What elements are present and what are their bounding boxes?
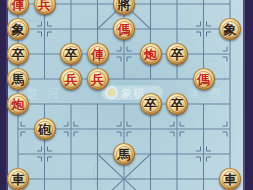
piece-black-chariot[interactable]: 車 [219,168,241,190]
piece-black-soldier[interactable]: 卒 [140,93,162,115]
piece-black-soldier[interactable]: 卒 [60,43,82,65]
piece-black-general[interactable]: 將 [113,0,135,15]
piece-red-horse[interactable]: 傌 [113,18,135,40]
piece-red-soldier[interactable]: 兵 [60,68,82,90]
piece-black-soldier[interactable]: 卒 [166,43,188,65]
piece-red-cannon[interactable]: 炮 [140,43,162,65]
piece-black-elephant[interactable]: 象 [219,18,241,40]
piece-black-soldier[interactable]: 卒 [166,93,188,115]
piece-black-cannon[interactable]: 砲 [34,118,56,140]
piece-black-elephant[interactable]: 象 [7,18,29,40]
piece-red-horse[interactable]: 傌 [193,68,215,90]
piece-black-horse[interactable]: 馬 [7,68,29,90]
piece-black-horse[interactable]: 馬 [113,143,135,165]
piece-black-chariot[interactable]: 車 [7,168,29,190]
piece-black-soldier[interactable]: 卒 [7,43,29,65]
piece-red-chariot[interactable]: 俥 [87,43,109,65]
piece-red-soldier[interactable]: 兵 [87,68,109,90]
game-screen: 楚河 漢界 象棋 俥兵將象傌象卒卒俥炮卒馬兵兵傌炮卒卒砲馬車車 [0,0,253,190]
piece-grid: 俥兵將象傌象卒卒俥炮卒馬兵兵傌炮卒卒砲馬車車 [5,0,244,190]
piece-red-chariot[interactable]: 俥 [7,0,29,15]
piece-red-cannon[interactable]: 炮 [7,93,29,115]
piece-red-soldier[interactable]: 兵 [34,0,56,15]
